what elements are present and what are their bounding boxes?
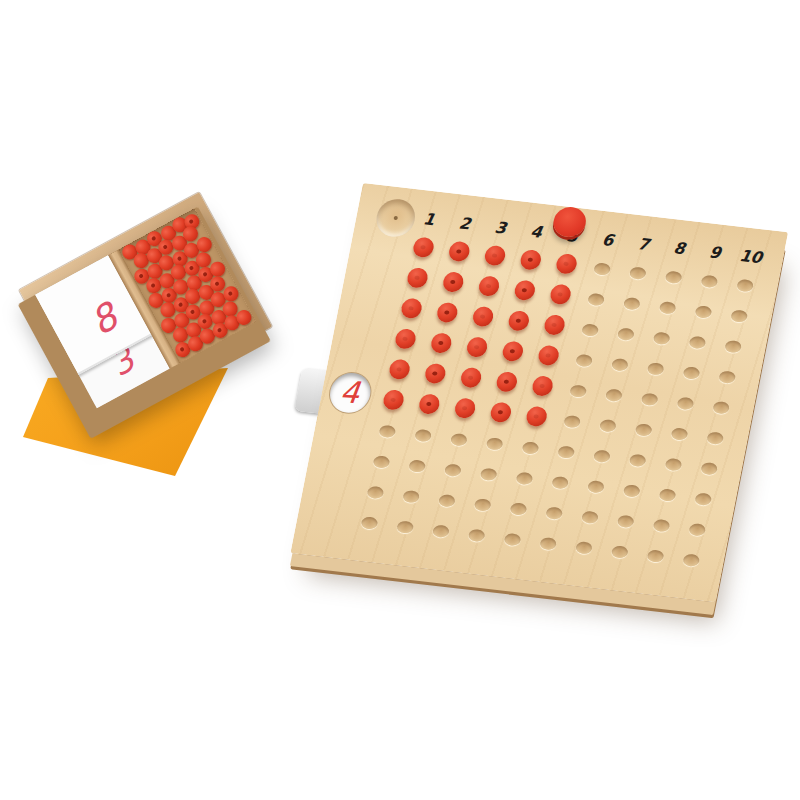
board-hole-r6-c4: [480, 396, 522, 431]
board-hole-r10-c2: [384, 509, 426, 544]
board-hole-r8-c3: [432, 452, 474, 487]
red-bead-r4-c4[interactable]: [501, 340, 525, 362]
board-hole-r4-c9: [671, 355, 713, 390]
dimple: [617, 327, 635, 341]
board-hole-r6-c5: [516, 400, 558, 435]
board-hole-r10-c6: [527, 526, 569, 561]
board-hole-r3-c2: [426, 296, 468, 331]
dimple: [593, 449, 611, 463]
board-hole-r8-c2: [396, 448, 438, 483]
dimple: [599, 418, 617, 432]
board-hole-r6-c7: [587, 408, 629, 443]
board-hole-r4-c2: [420, 326, 462, 361]
red-bead-r1-c1[interactable]: [412, 236, 436, 258]
board-hole-r1-c7: [617, 255, 659, 290]
red-bead-r3-c3[interactable]: [471, 305, 495, 327]
dimple: [575, 353, 593, 367]
board-hole-r9-c7: [569, 499, 611, 534]
board-hole-r8-c7: [575, 469, 617, 504]
board-hole-r3-c6: [569, 312, 611, 347]
dimple: [468, 528, 486, 542]
board-hole-r2-c5: [540, 278, 582, 313]
board-hole-r9-c4: [462, 487, 504, 522]
red-bead-r1-c5[interactable]: [555, 252, 579, 274]
board-hole-r3-c7: [605, 316, 647, 351]
board-hole-r1-c3: [474, 239, 516, 274]
board-hole-r1-c2: [438, 235, 480, 270]
dimple: [360, 516, 378, 530]
board-face: 12345678910 4: [290, 183, 788, 602]
board-hole-r2-c2: [432, 265, 474, 300]
dimple: [515, 471, 533, 485]
dimple: [659, 301, 677, 315]
board-hole-r2-c10: [718, 298, 760, 333]
dimple: [605, 388, 623, 402]
board-hole-r2-c6: [575, 282, 617, 317]
product-photo-stage: 3 8 12345678910 4: [0, 0, 800, 800]
dimple: [575, 541, 593, 555]
board-hole-r10-c5: [492, 522, 534, 557]
column-label-10: 10: [731, 244, 771, 270]
board-hole-r3-c9: [677, 325, 719, 360]
board-hole-r4-c5: [528, 339, 570, 374]
board-hole-r9-c6: [533, 495, 575, 530]
board-hole-r3-c10: [712, 329, 754, 364]
dimple: [551, 475, 569, 489]
dimple: [635, 423, 653, 437]
dimple: [587, 479, 605, 493]
red-bead-r4-c2[interactable]: [430, 332, 454, 354]
dimple: [700, 274, 718, 288]
column-label-6: 6: [588, 228, 628, 254]
dimple: [581, 510, 599, 524]
red-bead-r3-c2[interactable]: [436, 301, 460, 323]
board-hole-r5-c1: [379, 353, 421, 388]
board-hole-r2-c4: [504, 273, 546, 308]
board-hole-r2-c3: [468, 269, 510, 304]
red-bead-r2-c5[interactable]: [549, 283, 573, 305]
dimple: [557, 445, 575, 459]
dimple: [581, 323, 599, 337]
board-hole-r5-c9: [665, 386, 707, 421]
red-bead-r4-c3[interactable]: [465, 336, 489, 358]
board-hole-r6-c10: [694, 420, 736, 455]
dimple: [670, 427, 688, 441]
dimple: [438, 493, 456, 507]
window-card-value: 4: [339, 378, 362, 409]
board-hole-r1-c9: [689, 264, 731, 299]
dimple: [480, 467, 498, 481]
column-label-4: 4: [516, 219, 556, 245]
board-hole-r9-c9: [641, 508, 683, 543]
red-bead-r2-c1[interactable]: [406, 266, 430, 288]
board-hole-r3-c3: [462, 300, 504, 335]
board-hole-r8-c1: [361, 444, 403, 479]
bead-hole-grid: [349, 231, 766, 578]
dimple: [569, 384, 587, 398]
dimple: [509, 502, 527, 516]
board-hole-r7-c7: [581, 438, 623, 473]
board-hole-r8-c9: [647, 477, 689, 512]
dimple: [521, 441, 539, 455]
red-bead-r2-c3[interactable]: [477, 275, 501, 297]
board-hole-r5-c10: [700, 390, 742, 425]
board-hole-r6-c9: [659, 416, 701, 451]
dimple: [366, 485, 384, 499]
board-hole-r3-c1: [391, 292, 433, 327]
dimple: [653, 331, 671, 345]
board-hole-r7-c5: [510, 430, 552, 465]
dimple: [676, 396, 694, 410]
column-label-1: 1: [409, 207, 449, 233]
dimple: [623, 484, 641, 498]
board-hole-r2-c7: [611, 286, 653, 321]
dimple: [450, 432, 468, 446]
board-hole-r8-c4: [468, 457, 510, 492]
red-bead-r5-c2[interactable]: [424, 362, 448, 384]
dimple: [694, 305, 712, 319]
board-hole-r10-c1: [349, 505, 391, 540]
board-hole-r7-c6: [545, 434, 587, 469]
dimple: [694, 492, 712, 506]
dimple: [688, 522, 706, 536]
dimple: [629, 266, 647, 280]
board-hole-r3-c4: [498, 304, 540, 339]
board-hole-r3-c5: [534, 308, 576, 343]
board-hole-r4-c6: [563, 343, 605, 378]
board-hole-r1-c5: [546, 247, 588, 282]
board-hole-r7-c3: [438, 422, 480, 457]
board-hole-r2-c9: [683, 294, 725, 329]
dimple: [712, 400, 730, 414]
dimple: [647, 549, 665, 563]
board-hole-r6-c8: [623, 412, 665, 447]
red-bead-r4-c1[interactable]: [394, 327, 418, 349]
dimple: [611, 545, 629, 559]
dimple: [736, 278, 754, 292]
board-hole-r6-c6: [551, 404, 593, 439]
board-hole-r5-c6: [557, 373, 599, 408]
board-hole-r5-c4: [486, 365, 528, 400]
board-hole-r7-c10: [688, 451, 730, 486]
board-hole-r6-c2: [408, 387, 450, 422]
dimple: [563, 414, 581, 428]
board-hole-r8-c10: [682, 481, 724, 516]
dimple: [658, 488, 676, 502]
board-hole-r2-c8: [647, 290, 689, 325]
column-label-8: 8: [659, 236, 699, 262]
board-hole-r9-c2: [390, 479, 432, 514]
board-hole-r7-c1: [367, 414, 409, 449]
board-hole-r1-c6: [581, 251, 623, 286]
board-hole-r4-c8: [635, 351, 677, 386]
dimple: [396, 520, 414, 534]
red-bead-r2-c2[interactable]: [442, 271, 466, 293]
board-hole-r5-c3: [450, 361, 492, 396]
dimple: [664, 457, 682, 471]
board-hole-r10-c3: [420, 513, 462, 548]
board-hole-r10-c9: [635, 538, 677, 573]
dimple: [617, 514, 635, 528]
dimple: [623, 296, 641, 310]
dimple: [647, 362, 665, 376]
dimple: [402, 489, 420, 503]
column-label-2: 2: [445, 211, 485, 237]
board-hole-r6-c3: [444, 391, 486, 426]
red-bead-r5-c4[interactable]: [495, 370, 519, 392]
dimple: [474, 498, 492, 512]
board-hole-r2-c1: [397, 261, 439, 296]
dimple: [503, 532, 521, 546]
red-bead-r5-c5[interactable]: [531, 375, 555, 397]
board-hole-r5-c5: [522, 369, 564, 404]
dimple: [665, 270, 683, 284]
red-bead-r6-c4[interactable]: [489, 401, 513, 423]
dimple: [486, 437, 504, 451]
red-bead-r6-c2[interactable]: [418, 393, 442, 415]
board-hole-r1-c8: [653, 260, 695, 295]
column-label-9: 9: [695, 240, 735, 266]
dimple: [641, 392, 659, 406]
board-hole-r5-c2: [414, 357, 456, 392]
board-hole-r8-c5: [504, 461, 546, 496]
red-bead-r4-c5[interactable]: [537, 344, 561, 366]
column-label-3: 3: [480, 215, 520, 241]
red-bead-r6-c5[interactable]: [525, 405, 549, 427]
dimple: [700, 461, 718, 475]
board-hole-r7-c4: [474, 426, 516, 461]
board-hole-r4-c4: [492, 335, 534, 370]
multiplicand-window: 4: [327, 371, 374, 415]
column-label-7: 7: [623, 232, 663, 258]
dimple: [688, 335, 706, 349]
board-hole-r3-c8: [641, 321, 683, 356]
red-bead-r6-c3[interactable]: [453, 397, 477, 419]
red-bead-r3-c1[interactable]: [400, 297, 424, 319]
red-bead-r1-c3[interactable]: [483, 244, 507, 266]
board-hole-r9-c8: [605, 504, 647, 539]
dimple: [587, 292, 605, 306]
dimple: [593, 262, 611, 276]
board-hole-r9-c10: [677, 512, 719, 547]
dimple: [682, 366, 700, 380]
red-bead-r1-c4[interactable]: [519, 248, 543, 270]
board-hole-r4-c1: [385, 322, 427, 357]
dimple: [653, 518, 671, 532]
board-hole-r8-c8: [611, 473, 653, 508]
board-hole-r1-c4: [510, 243, 552, 278]
dimple: [539, 536, 557, 550]
board-hole-r1-c1: [403, 231, 445, 266]
board-hole-r7-c8: [617, 443, 659, 478]
dimple: [724, 339, 742, 353]
board-hole-r8-c6: [539, 465, 581, 500]
dimple: [706, 431, 724, 445]
board-hole-r4-c10: [706, 359, 748, 394]
dimple: [718, 370, 736, 384]
board-hole-r5-c8: [629, 382, 671, 417]
dimple: [378, 424, 396, 438]
red-bead-r2-c4[interactable]: [513, 279, 537, 301]
red-bead-r5-c3[interactable]: [459, 366, 483, 388]
dimple: [611, 357, 629, 371]
dimple: [408, 459, 426, 473]
red-bead-r3-c5[interactable]: [543, 313, 567, 335]
dimple: [682, 553, 700, 567]
board-hole-r4-c7: [599, 347, 641, 382]
dimple: [414, 428, 432, 442]
multiplication-board: 12345678910 4: [290, 183, 788, 602]
dimple: [545, 506, 563, 520]
board-hole-r4-c3: [456, 330, 498, 365]
board-hole-r9-c1: [355, 475, 397, 510]
board-hole-r9-c5: [498, 491, 540, 526]
board-hole-r7-c2: [402, 418, 444, 453]
board-hole-r10-c8: [599, 534, 641, 569]
board-hole-r10-c7: [563, 530, 605, 565]
board-hole-r7-c9: [653, 447, 695, 482]
board-hole-r1-c10: [724, 268, 766, 303]
board-hole-r10-c10: [671, 542, 713, 577]
board-hole-r6-c1: [373, 383, 415, 418]
dimple: [730, 309, 748, 323]
red-bead-r5-c1[interactable]: [388, 358, 412, 380]
dimple: [432, 524, 450, 538]
dimple: [444, 463, 462, 477]
red-bead-r3-c4[interactable]: [507, 309, 531, 331]
board-hole-r9-c3: [426, 483, 468, 518]
dimple: [629, 453, 647, 467]
board-hole-r5-c7: [593, 377, 635, 412]
card-8-value: 8: [85, 298, 123, 342]
red-bead-r6-c1[interactable]: [382, 388, 406, 410]
red-bead-r1-c2[interactable]: [448, 240, 472, 262]
dimple: [372, 455, 390, 469]
board-hole-r10-c4: [456, 518, 498, 553]
